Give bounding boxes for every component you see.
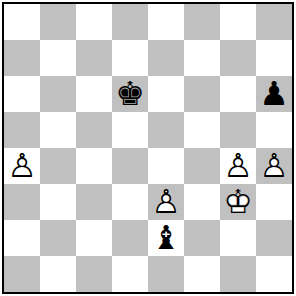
square-f8[interactable] [184, 4, 220, 40]
square-b8[interactable] [40, 4, 76, 40]
square-f7[interactable] [184, 40, 220, 76]
square-h6[interactable]: ♟ [256, 76, 292, 112]
square-e4[interactable] [148, 148, 184, 184]
chess-board: ♚♟♟♙♟♙♟♙♟♙♚♔♝ [4, 4, 292, 292]
square-e3[interactable]: ♟♙ [148, 184, 184, 220]
square-b7[interactable] [40, 40, 76, 76]
square-c7[interactable] [76, 40, 112, 76]
square-b2[interactable] [40, 220, 76, 256]
square-f3[interactable] [184, 184, 220, 220]
black-king: ♚ [112, 76, 148, 112]
black-bishop: ♝ [148, 220, 184, 256]
square-a2[interactable] [4, 220, 40, 256]
square-h5[interactable] [256, 112, 292, 148]
square-a1[interactable] [4, 256, 40, 292]
square-d3[interactable] [112, 184, 148, 220]
square-d1[interactable] [112, 256, 148, 292]
square-d7[interactable] [112, 40, 148, 76]
chess-diagram: ♚♟♟♙♟♙♟♙♟♙♚♔♝ [0, 2, 296, 296]
square-g4[interactable]: ♟♙ [220, 148, 256, 184]
white-pawn-fill: ♟ [220, 148, 256, 184]
white-pawn: ♙ [4, 148, 40, 184]
square-f6[interactable] [184, 76, 220, 112]
square-c4[interactable] [76, 148, 112, 184]
white-pawn-fill: ♟ [4, 148, 40, 184]
square-g7[interactable] [220, 40, 256, 76]
white-pawn: ♙ [220, 148, 256, 184]
square-g1[interactable] [220, 256, 256, 292]
square-d8[interactable] [112, 4, 148, 40]
square-b1[interactable] [40, 256, 76, 292]
square-e8[interactable] [148, 4, 184, 40]
square-a8[interactable] [4, 4, 40, 40]
square-e5[interactable] [148, 112, 184, 148]
white-pawn: ♙ [256, 148, 292, 184]
square-h4[interactable]: ♟♙ [256, 148, 292, 184]
square-f4[interactable] [184, 148, 220, 184]
square-f2[interactable] [184, 220, 220, 256]
white-pawn-fill: ♟ [148, 184, 184, 220]
white-pawn-fill: ♟ [256, 148, 292, 184]
square-e2[interactable]: ♝ [148, 220, 184, 256]
square-d6[interactable]: ♚ [112, 76, 148, 112]
square-e1[interactable] [148, 256, 184, 292]
square-a5[interactable] [4, 112, 40, 148]
square-a3[interactable] [4, 184, 40, 220]
square-g8[interactable] [220, 4, 256, 40]
square-e7[interactable] [148, 40, 184, 76]
square-h8[interactable] [256, 4, 292, 40]
square-d4[interactable] [112, 148, 148, 184]
square-h3[interactable] [256, 184, 292, 220]
square-b6[interactable] [40, 76, 76, 112]
black-pawn: ♟ [256, 76, 292, 112]
square-c2[interactable] [76, 220, 112, 256]
square-h7[interactable] [256, 40, 292, 76]
square-g3[interactable]: ♚♔ [220, 184, 256, 220]
square-g6[interactable] [220, 76, 256, 112]
white-king: ♔ [220, 184, 256, 220]
white-pawn: ♙ [148, 184, 184, 220]
square-b5[interactable] [40, 112, 76, 148]
square-d2[interactable] [112, 220, 148, 256]
white-king-fill: ♚ [220, 184, 256, 220]
square-f1[interactable] [184, 256, 220, 292]
square-e6[interactable] [148, 76, 184, 112]
square-c6[interactable] [76, 76, 112, 112]
square-b3[interactable] [40, 184, 76, 220]
square-a4[interactable]: ♟♙ [4, 148, 40, 184]
square-a7[interactable] [4, 40, 40, 76]
board-frame: ♚♟♟♙♟♙♟♙♟♙♚♔♝ [2, 2, 294, 294]
square-g2[interactable] [220, 220, 256, 256]
square-c8[interactable] [76, 4, 112, 40]
square-h1[interactable] [256, 256, 292, 292]
square-d5[interactable] [112, 112, 148, 148]
square-a6[interactable] [4, 76, 40, 112]
square-g5[interactable] [220, 112, 256, 148]
square-c5[interactable] [76, 112, 112, 148]
square-b4[interactable] [40, 148, 76, 184]
square-c3[interactable] [76, 184, 112, 220]
square-h2[interactable] [256, 220, 292, 256]
square-c1[interactable] [76, 256, 112, 292]
square-f5[interactable] [184, 112, 220, 148]
